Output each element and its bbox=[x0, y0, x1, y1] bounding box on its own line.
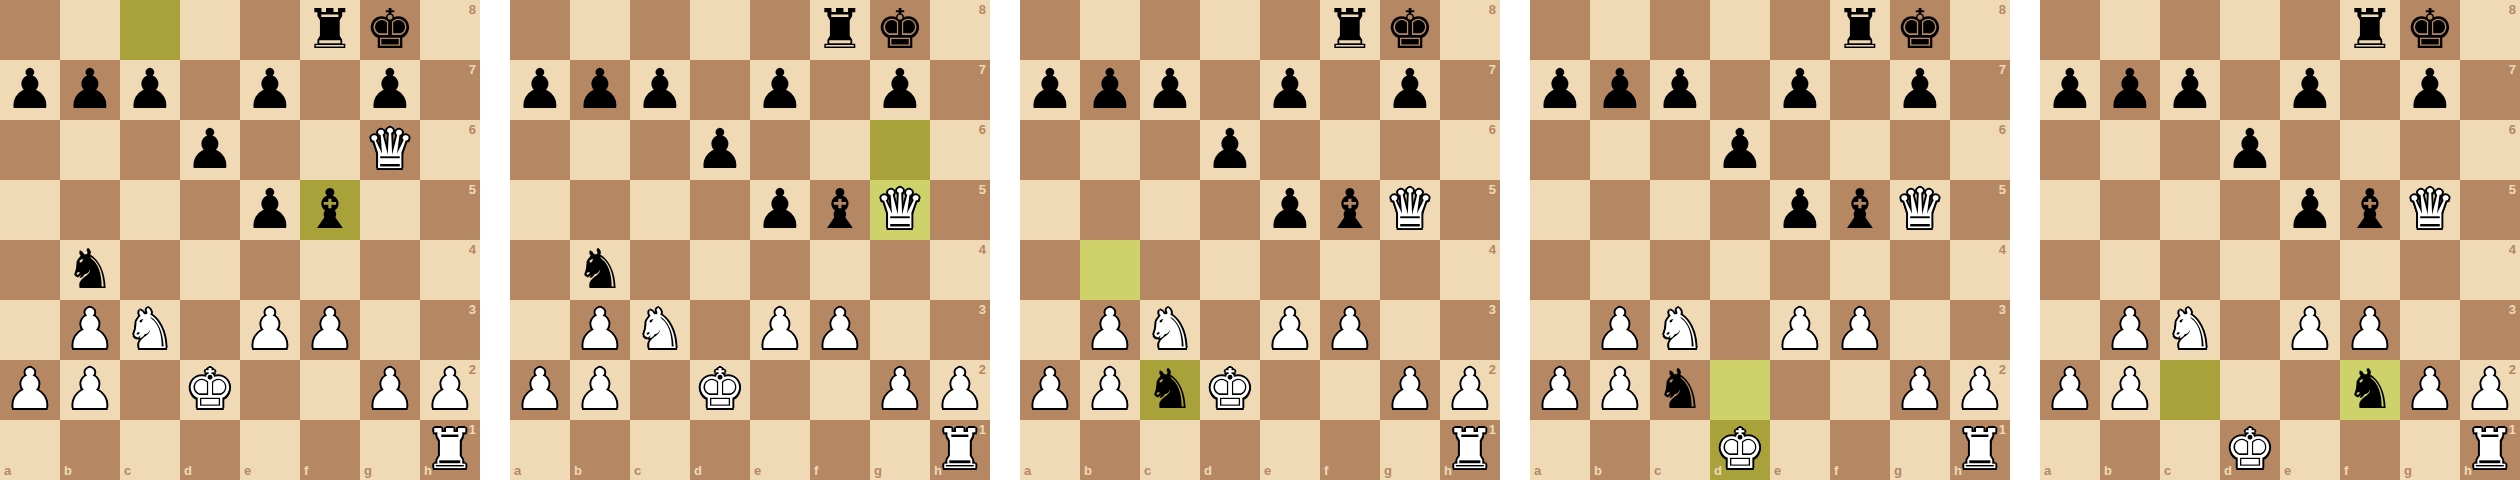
board-1-square-a3[interactable] bbox=[0, 300, 60, 360]
white-pawn-piece[interactable]: ♟ bbox=[1085, 359, 1134, 419]
black-king-piece[interactable]: ♚ bbox=[875, 0, 924, 59]
board-2-square-b5[interactable] bbox=[570, 180, 630, 240]
board-2-square-g8[interactable]: ♚ bbox=[870, 0, 930, 60]
board-1-square-a7[interactable]: ♟ bbox=[0, 60, 60, 120]
board-3-square-f5[interactable]: ♝ bbox=[1320, 180, 1380, 240]
board-1-square-h1[interactable]: ♜h1 bbox=[420, 420, 480, 480]
board-2-square-h7[interactable]: 7 bbox=[930, 60, 990, 120]
black-pawn-piece[interactable]: ♟ bbox=[1265, 59, 1314, 119]
board-1-square-a5[interactable] bbox=[0, 180, 60, 240]
white-pawn-piece[interactable]: ♟ bbox=[2045, 359, 2094, 419]
board-4-square-f3[interactable]: ♟ bbox=[1830, 300, 1890, 360]
board-2-square-g6[interactable] bbox=[870, 120, 930, 180]
white-pawn-piece[interactable]: ♟ bbox=[1385, 359, 1434, 419]
board-2-square-h5[interactable]: 5 bbox=[930, 180, 990, 240]
board-5-square-c3[interactable]: ♞ bbox=[2160, 300, 2220, 360]
board-2-square-d5[interactable] bbox=[690, 180, 750, 240]
board-5-square-f3[interactable]: ♟ bbox=[2340, 300, 2400, 360]
board-4-square-a2[interactable]: ♟ bbox=[1530, 360, 1590, 420]
board-5-square-e5[interactable]: ♟ bbox=[2280, 180, 2340, 240]
board-5-square-h5[interactable]: 5 bbox=[2460, 180, 2520, 240]
board-2-square-f5[interactable]: ♝ bbox=[810, 180, 870, 240]
board-1-square-g2[interactable]: ♟ bbox=[360, 360, 420, 420]
black-rook-piece[interactable]: ♜ bbox=[1325, 0, 1374, 59]
board-1-square-c7[interactable]: ♟ bbox=[120, 60, 180, 120]
board-1-square-f2[interactable] bbox=[300, 360, 360, 420]
board-4-square-h6[interactable]: 6 bbox=[1950, 120, 2010, 180]
board-4-square-b2[interactable]: ♟ bbox=[1590, 360, 1650, 420]
board-1-square-f8[interactable]: ♜ bbox=[300, 0, 360, 60]
board-5-square-f6[interactable] bbox=[2340, 120, 2400, 180]
board-2-square-d2[interactable]: ♚ bbox=[690, 360, 750, 420]
board-4-square-b6[interactable] bbox=[1590, 120, 1650, 180]
board-1-square-g1[interactable]: g bbox=[360, 420, 420, 480]
board-4-square-c2[interactable]: ♞ bbox=[1650, 360, 1710, 420]
board-3-square-a2[interactable]: ♟ bbox=[1020, 360, 1080, 420]
white-pawn-piece[interactable]: ♟ bbox=[2105, 299, 2154, 359]
board-2-square-b3[interactable]: ♟ bbox=[570, 300, 630, 360]
board-2-square-e6[interactable] bbox=[750, 120, 810, 180]
board-4-square-b5[interactable] bbox=[1590, 180, 1650, 240]
board-2-square-c6[interactable] bbox=[630, 120, 690, 180]
board-1-square-d3[interactable] bbox=[180, 300, 240, 360]
board-2-square-g2[interactable]: ♟ bbox=[870, 360, 930, 420]
white-pawn-piece[interactable]: ♟ bbox=[2285, 299, 2334, 359]
board-4-square-h5[interactable]: 5 bbox=[1950, 180, 2010, 240]
black-rook-piece[interactable]: ♜ bbox=[305, 0, 354, 59]
board-2-square-e3[interactable]: ♟ bbox=[750, 300, 810, 360]
board-4-square-f1[interactable]: f bbox=[1830, 420, 1890, 480]
white-pawn-piece[interactable]: ♟ bbox=[815, 299, 864, 359]
board-1-square-f6[interactable] bbox=[300, 120, 360, 180]
board-1-square-h2[interactable]: ♟2 bbox=[420, 360, 480, 420]
white-pawn-piece[interactable]: ♟ bbox=[1085, 299, 1134, 359]
white-pawn-piece[interactable]: ♟ bbox=[1595, 299, 1644, 359]
white-pawn-piece[interactable]: ♟ bbox=[2405, 359, 2454, 419]
board-4-square-g5[interactable]: ♛ bbox=[1890, 180, 1950, 240]
board-4-square-c7[interactable]: ♟ bbox=[1650, 60, 1710, 120]
board-1-square-b6[interactable] bbox=[60, 120, 120, 180]
board-5-square-b5[interactable] bbox=[2100, 180, 2160, 240]
black-king-piece[interactable]: ♚ bbox=[2405, 0, 2454, 59]
board-5-square-f4[interactable] bbox=[2340, 240, 2400, 300]
board-2-square-d8[interactable] bbox=[690, 0, 750, 60]
board-1-square-a6[interactable] bbox=[0, 120, 60, 180]
board-4-square-h3[interactable]: 3 bbox=[1950, 300, 2010, 360]
black-pawn-piece[interactable]: ♟ bbox=[1655, 59, 1704, 119]
board-4-square-g7[interactable]: ♟ bbox=[1890, 60, 1950, 120]
white-pawn-piece[interactable]: ♟ bbox=[1325, 299, 1374, 359]
board-5-square-h1[interactable]: ♜h1 bbox=[2460, 420, 2520, 480]
board-4-square-e7[interactable]: ♟ bbox=[1770, 60, 1830, 120]
board-4-square-g8[interactable]: ♚ bbox=[1890, 0, 1950, 60]
white-pawn-piece[interactable]: ♟ bbox=[1595, 359, 1644, 419]
board-4-square-g1[interactable]: g bbox=[1890, 420, 1950, 480]
black-pawn-piece[interactable]: ♟ bbox=[515, 59, 564, 119]
black-rook-piece[interactable]: ♜ bbox=[1835, 0, 1884, 59]
black-pawn-piece[interactable]: ♟ bbox=[1025, 59, 1074, 119]
board-1-square-h6[interactable]: 6 bbox=[420, 120, 480, 180]
board-3-square-h3[interactable]: 3 bbox=[1440, 300, 1500, 360]
board-3-square-e3[interactable]: ♟ bbox=[1260, 300, 1320, 360]
board-2-square-e2[interactable] bbox=[750, 360, 810, 420]
board-4-square-h2[interactable]: ♟2 bbox=[1950, 360, 2010, 420]
board-2-square-d1[interactable]: d bbox=[690, 420, 750, 480]
white-knight-piece[interactable]: ♞ bbox=[2165, 299, 2214, 359]
board-3-square-c6[interactable] bbox=[1140, 120, 1200, 180]
white-knight-piece[interactable]: ♞ bbox=[125, 299, 174, 359]
board-2-square-h8[interactable]: 8 bbox=[930, 0, 990, 60]
board-4-square-a6[interactable] bbox=[1530, 120, 1590, 180]
board-1-square-b1[interactable]: b bbox=[60, 420, 120, 480]
white-pawn-piece[interactable]: ♟ bbox=[755, 299, 804, 359]
board-2-square-h6[interactable]: 6 bbox=[930, 120, 990, 180]
board-5-square-h8[interactable]: 8 bbox=[2460, 0, 2520, 60]
white-queen-piece[interactable]: ♛ bbox=[1895, 179, 1944, 239]
board-4-square-e4[interactable] bbox=[1770, 240, 1830, 300]
board-3-square-b4[interactable] bbox=[1080, 240, 1140, 300]
board-4-square-b8[interactable] bbox=[1590, 0, 1650, 60]
board-3-square-b2[interactable]: ♟ bbox=[1080, 360, 1140, 420]
board-3-square-c2[interactable]: ♞ bbox=[1140, 360, 1200, 420]
board-4-square-a5[interactable] bbox=[1530, 180, 1590, 240]
black-pawn-piece[interactable]: ♟ bbox=[1145, 59, 1194, 119]
black-pawn-piece[interactable]: ♟ bbox=[1535, 59, 1584, 119]
board-3-square-e6[interactable] bbox=[1260, 120, 1320, 180]
board-3-square-g7[interactable]: ♟ bbox=[1380, 60, 1440, 120]
white-pawn-piece[interactable]: ♟ bbox=[2105, 359, 2154, 419]
board-3-square-g3[interactable] bbox=[1380, 300, 1440, 360]
white-rook-piece[interactable]: ♜ bbox=[425, 419, 474, 479]
board-1-square-h3[interactable]: 3 bbox=[420, 300, 480, 360]
board-1-square-g5[interactable] bbox=[360, 180, 420, 240]
black-pawn-piece[interactable]: ♟ bbox=[1385, 59, 1434, 119]
black-pawn-piece[interactable]: ♟ bbox=[1595, 59, 1644, 119]
board-2-square-f1[interactable]: f bbox=[810, 420, 870, 480]
board-3-square-a4[interactable] bbox=[1020, 240, 1080, 300]
board-2-square-a4[interactable] bbox=[510, 240, 570, 300]
board-5-square-b1[interactable]: b bbox=[2100, 420, 2160, 480]
black-pawn-piece[interactable]: ♟ bbox=[125, 59, 174, 119]
board-1-square-b5[interactable] bbox=[60, 180, 120, 240]
white-pawn-piece[interactable]: ♟ bbox=[2465, 359, 2514, 419]
board-2-square-b2[interactable]: ♟ bbox=[570, 360, 630, 420]
board-4-square-c8[interactable] bbox=[1650, 0, 1710, 60]
board-4-square-c6[interactable] bbox=[1650, 120, 1710, 180]
board-1-square-e1[interactable]: e bbox=[240, 420, 300, 480]
board-3-square-f2[interactable] bbox=[1320, 360, 1380, 420]
board-4-square-d3[interactable] bbox=[1710, 300, 1770, 360]
board-3-square-d1[interactable]: d bbox=[1200, 420, 1260, 480]
board-4-square-e8[interactable] bbox=[1770, 0, 1830, 60]
black-pawn-piece[interactable]: ♟ bbox=[2285, 179, 2334, 239]
white-pawn-piece[interactable]: ♟ bbox=[935, 359, 984, 419]
board-3-square-d3[interactable] bbox=[1200, 300, 1260, 360]
board-2-square-b6[interactable] bbox=[570, 120, 630, 180]
board-3-square-a3[interactable] bbox=[1020, 300, 1080, 360]
board-2-square-g5[interactable]: ♛ bbox=[870, 180, 930, 240]
board-3-square-a8[interactable] bbox=[1020, 0, 1080, 60]
white-pawn-piece[interactable]: ♟ bbox=[5, 359, 54, 419]
black-pawn-piece[interactable]: ♟ bbox=[2105, 59, 2154, 119]
white-king-piece[interactable]: ♚ bbox=[185, 359, 234, 419]
board-5-square-e8[interactable] bbox=[2280, 0, 2340, 60]
board-2-square-b7[interactable]: ♟ bbox=[570, 60, 630, 120]
board-5-square-h7[interactable]: 7 bbox=[2460, 60, 2520, 120]
board-3-square-f4[interactable] bbox=[1320, 240, 1380, 300]
board-1-square-c4[interactable] bbox=[120, 240, 180, 300]
black-pawn-piece[interactable]: ♟ bbox=[185, 119, 234, 179]
board-4-square-g4[interactable] bbox=[1890, 240, 1950, 300]
board-4-square-f6[interactable] bbox=[1830, 120, 1890, 180]
board-4-square-d8[interactable] bbox=[1710, 0, 1770, 60]
board-5-square-d6[interactable]: ♟ bbox=[2220, 120, 2280, 180]
board-3-square-c4[interactable] bbox=[1140, 240, 1200, 300]
board-3-square-g4[interactable] bbox=[1380, 240, 1440, 300]
board-5-square-a8[interactable] bbox=[2040, 0, 2100, 60]
board-5-square-a3[interactable] bbox=[2040, 300, 2100, 360]
board-1-square-h8[interactable]: 8 bbox=[420, 0, 480, 60]
white-pawn-piece[interactable]: ♟ bbox=[1265, 299, 1314, 359]
board-1-square-b2[interactable]: ♟ bbox=[60, 360, 120, 420]
board-5-square-f7[interactable] bbox=[2340, 60, 2400, 120]
board-3-square-c5[interactable] bbox=[1140, 180, 1200, 240]
board-1-square-e2[interactable] bbox=[240, 360, 300, 420]
board-1-square-c8[interactable] bbox=[120, 0, 180, 60]
board-4-square-a7[interactable]: ♟ bbox=[1530, 60, 1590, 120]
board-2-square-g3[interactable] bbox=[870, 300, 930, 360]
board-3-square-f3[interactable]: ♟ bbox=[1320, 300, 1380, 360]
board-3-square-b1[interactable]: b bbox=[1080, 420, 1140, 480]
board-4-square-d6[interactable]: ♟ bbox=[1710, 120, 1770, 180]
board-3-square-b7[interactable]: ♟ bbox=[1080, 60, 1140, 120]
white-pawn-piece[interactable]: ♟ bbox=[1445, 359, 1494, 419]
white-pawn-piece[interactable]: ♟ bbox=[1895, 359, 1944, 419]
board-3-square-g6[interactable] bbox=[1380, 120, 1440, 180]
board-5-square-a4[interactable] bbox=[2040, 240, 2100, 300]
board-4-square-e3[interactable]: ♟ bbox=[1770, 300, 1830, 360]
board-5-square-g1[interactable]: g bbox=[2400, 420, 2460, 480]
board-1-square-e4[interactable] bbox=[240, 240, 300, 300]
board-3-square-a7[interactable]: ♟ bbox=[1020, 60, 1080, 120]
board-5-square-h4[interactable]: 4 bbox=[2460, 240, 2520, 300]
board-1-square-b3[interactable]: ♟ bbox=[60, 300, 120, 360]
white-queen-piece[interactable]: ♛ bbox=[365, 119, 414, 179]
white-pawn-piece[interactable]: ♟ bbox=[1775, 299, 1824, 359]
white-pawn-piece[interactable]: ♟ bbox=[1835, 299, 1884, 359]
board-5-square-b3[interactable]: ♟ bbox=[2100, 300, 2160, 360]
white-queen-piece[interactable]: ♛ bbox=[875, 179, 924, 239]
board-4-square-h4[interactable]: 4 bbox=[1950, 240, 2010, 300]
board-5-square-b7[interactable]: ♟ bbox=[2100, 60, 2160, 120]
black-pawn-piece[interactable]: ♟ bbox=[1205, 119, 1254, 179]
board-4-square-h7[interactable]: 7 bbox=[1950, 60, 2010, 120]
board-1-square-g6[interactable]: ♛ bbox=[360, 120, 420, 180]
board-2-square-d7[interactable] bbox=[690, 60, 750, 120]
board-3-square-h1[interactable]: ♜h1 bbox=[1440, 420, 1500, 480]
black-king-piece[interactable]: ♚ bbox=[1385, 0, 1434, 59]
board-3-square-b3[interactable]: ♟ bbox=[1080, 300, 1140, 360]
board-1-square-a8[interactable] bbox=[0, 0, 60, 60]
board-1-square-e5[interactable]: ♟ bbox=[240, 180, 300, 240]
white-pawn-piece[interactable]: ♟ bbox=[515, 359, 564, 419]
board-3-square-b8[interactable] bbox=[1080, 0, 1140, 60]
black-pawn-piece[interactable]: ♟ bbox=[1085, 59, 1134, 119]
board-5-square-f5[interactable]: ♝ bbox=[2340, 180, 2400, 240]
board-1-square-a4[interactable] bbox=[0, 240, 60, 300]
black-pawn-piece[interactable]: ♟ bbox=[2405, 59, 2454, 119]
black-pawn-piece[interactable]: ♟ bbox=[365, 59, 414, 119]
board-5-square-g7[interactable]: ♟ bbox=[2400, 60, 2460, 120]
board-5-square-g8[interactable]: ♚ bbox=[2400, 0, 2460, 60]
black-bishop-piece[interactable]: ♝ bbox=[815, 179, 864, 239]
board-4-square-e2[interactable] bbox=[1770, 360, 1830, 420]
board-5-square-d2[interactable] bbox=[2220, 360, 2280, 420]
board-2-square-h3[interactable]: 3 bbox=[930, 300, 990, 360]
board-4-square-b3[interactable]: ♟ bbox=[1590, 300, 1650, 360]
board-4-square-e6[interactable] bbox=[1770, 120, 1830, 180]
board-4-square-f7[interactable] bbox=[1830, 60, 1890, 120]
board-3-square-c8[interactable] bbox=[1140, 0, 1200, 60]
board-4-square-e5[interactable]: ♟ bbox=[1770, 180, 1830, 240]
board-2-square-b4[interactable]: ♞ bbox=[570, 240, 630, 300]
board-5-square-g2[interactable]: ♟ bbox=[2400, 360, 2460, 420]
black-pawn-piece[interactable]: ♟ bbox=[2225, 119, 2274, 179]
black-bishop-piece[interactable]: ♝ bbox=[1325, 179, 1374, 239]
board-3-square-h6[interactable]: 6 bbox=[1440, 120, 1500, 180]
board-2-square-f6[interactable] bbox=[810, 120, 870, 180]
white-pawn-piece[interactable]: ♟ bbox=[875, 359, 924, 419]
board-5-square-g3[interactable] bbox=[2400, 300, 2460, 360]
white-knight-piece[interactable]: ♞ bbox=[1145, 299, 1194, 359]
board-2-square-d4[interactable] bbox=[690, 240, 750, 300]
white-rook-piece[interactable]: ♜ bbox=[935, 419, 984, 479]
board-4-square-g3[interactable] bbox=[1890, 300, 1950, 360]
board-1-square-h5[interactable]: 5 bbox=[420, 180, 480, 240]
black-pawn-piece[interactable]: ♟ bbox=[2285, 59, 2334, 119]
board-5-square-e1[interactable]: e bbox=[2280, 420, 2340, 480]
white-pawn-piece[interactable]: ♟ bbox=[425, 359, 474, 419]
board-2-square-b1[interactable]: b bbox=[570, 420, 630, 480]
board-5-square-c7[interactable]: ♟ bbox=[2160, 60, 2220, 120]
black-pawn-piece[interactable]: ♟ bbox=[1895, 59, 1944, 119]
board-4-square-b1[interactable]: b bbox=[1590, 420, 1650, 480]
board-1-square-f7[interactable] bbox=[300, 60, 360, 120]
board-2-square-e7[interactable]: ♟ bbox=[750, 60, 810, 120]
board-1-square-h7[interactable]: 7 bbox=[420, 60, 480, 120]
board-5-square-c1[interactable]: c bbox=[2160, 420, 2220, 480]
board-2-square-b8[interactable] bbox=[570, 0, 630, 60]
board-1-square-f3[interactable]: ♟ bbox=[300, 300, 360, 360]
white-pawn-piece[interactable]: ♟ bbox=[1535, 359, 1584, 419]
board-2-square-c4[interactable] bbox=[630, 240, 690, 300]
board-3-square-a1[interactable]: a bbox=[1020, 420, 1080, 480]
board-5-square-e2[interactable] bbox=[2280, 360, 2340, 420]
board-2-square-c2[interactable] bbox=[630, 360, 690, 420]
board-5-square-a2[interactable]: ♟ bbox=[2040, 360, 2100, 420]
board-5-square-d1[interactable]: ♚d bbox=[2220, 420, 2280, 480]
board-2-square-e4[interactable] bbox=[750, 240, 810, 300]
board-2-square-f4[interactable] bbox=[810, 240, 870, 300]
board-3-square-e7[interactable]: ♟ bbox=[1260, 60, 1320, 120]
board-5-square-b6[interactable] bbox=[2100, 120, 2160, 180]
board-2-square-e5[interactable]: ♟ bbox=[750, 180, 810, 240]
white-pawn-piece[interactable]: ♟ bbox=[365, 359, 414, 419]
board-4-square-a1[interactable]: a bbox=[1530, 420, 1590, 480]
board-4-square-d4[interactable] bbox=[1710, 240, 1770, 300]
board-5-square-f1[interactable]: f bbox=[2340, 420, 2400, 480]
board-3-square-f7[interactable] bbox=[1320, 60, 1380, 120]
black-knight-piece[interactable]: ♞ bbox=[65, 239, 114, 299]
board-5-square-c8[interactable] bbox=[2160, 0, 2220, 60]
board-5-square-d5[interactable] bbox=[2220, 180, 2280, 240]
board-1-square-c3[interactable]: ♞ bbox=[120, 300, 180, 360]
board-5-square-g4[interactable] bbox=[2400, 240, 2460, 300]
white-pawn-piece[interactable]: ♟ bbox=[575, 299, 624, 359]
board-2-square-f8[interactable]: ♜ bbox=[810, 0, 870, 60]
white-rook-piece[interactable]: ♜ bbox=[1955, 419, 2004, 479]
black-bishop-piece[interactable]: ♝ bbox=[305, 179, 354, 239]
board-4-square-c1[interactable]: c bbox=[1650, 420, 1710, 480]
board-2-square-a7[interactable]: ♟ bbox=[510, 60, 570, 120]
board-3-square-c3[interactable]: ♞ bbox=[1140, 300, 1200, 360]
board-1-square-d1[interactable]: d bbox=[180, 420, 240, 480]
board-3-square-d2[interactable]: ♚ bbox=[1200, 360, 1260, 420]
board-1-square-g8[interactable]: ♚ bbox=[360, 0, 420, 60]
board-3-square-e8[interactable] bbox=[1260, 0, 1320, 60]
white-king-piece[interactable]: ♚ bbox=[2225, 419, 2274, 479]
board-1-square-b7[interactable]: ♟ bbox=[60, 60, 120, 120]
white-pawn-piece[interactable]: ♟ bbox=[1025, 359, 1074, 419]
board-4-square-g2[interactable]: ♟ bbox=[1890, 360, 1950, 420]
board-3-square-e4[interactable] bbox=[1260, 240, 1320, 300]
white-pawn-piece[interactable]: ♟ bbox=[575, 359, 624, 419]
white-pawn-piece[interactable]: ♟ bbox=[65, 299, 114, 359]
black-knight-piece[interactable]: ♞ bbox=[575, 239, 624, 299]
board-3-square-c7[interactable]: ♟ bbox=[1140, 60, 1200, 120]
board-1-square-h4[interactable]: 4 bbox=[420, 240, 480, 300]
board-4-square-e1[interactable]: e bbox=[1770, 420, 1830, 480]
board-2-square-a3[interactable] bbox=[510, 300, 570, 360]
board-5-square-d4[interactable] bbox=[2220, 240, 2280, 300]
board-4-square-a8[interactable] bbox=[1530, 0, 1590, 60]
board-3-square-f6[interactable] bbox=[1320, 120, 1380, 180]
board-3-square-h7[interactable]: 7 bbox=[1440, 60, 1500, 120]
white-pawn-piece[interactable]: ♟ bbox=[65, 359, 114, 419]
board-1-square-g4[interactable] bbox=[360, 240, 420, 300]
black-pawn-piece[interactable]: ♟ bbox=[5, 59, 54, 119]
black-pawn-piece[interactable]: ♟ bbox=[695, 119, 744, 179]
board-5-square-g6[interactable] bbox=[2400, 120, 2460, 180]
board-3-square-f8[interactable]: ♜ bbox=[1320, 0, 1380, 60]
board-3-square-h2[interactable]: ♟2 bbox=[1440, 360, 1500, 420]
board-3-square-d7[interactable] bbox=[1200, 60, 1260, 120]
board-3-square-g5[interactable]: ♛ bbox=[1380, 180, 1440, 240]
black-pawn-piece[interactable]: ♟ bbox=[1715, 119, 1764, 179]
white-pawn-piece[interactable]: ♟ bbox=[2345, 299, 2394, 359]
white-king-piece[interactable]: ♚ bbox=[695, 359, 744, 419]
board-4-square-f2[interactable] bbox=[1830, 360, 1890, 420]
board-1-square-f4[interactable] bbox=[300, 240, 360, 300]
board-2-square-c5[interactable] bbox=[630, 180, 690, 240]
board-5-square-d8[interactable] bbox=[2220, 0, 2280, 60]
board-1-square-c1[interactable]: c bbox=[120, 420, 180, 480]
board-1-square-a2[interactable]: ♟ bbox=[0, 360, 60, 420]
board-5-square-h2[interactable]: ♟2 bbox=[2460, 360, 2520, 420]
black-rook-piece[interactable]: ♜ bbox=[2345, 0, 2394, 59]
board-4-square-b7[interactable]: ♟ bbox=[1590, 60, 1650, 120]
board-1-square-d7[interactable] bbox=[180, 60, 240, 120]
